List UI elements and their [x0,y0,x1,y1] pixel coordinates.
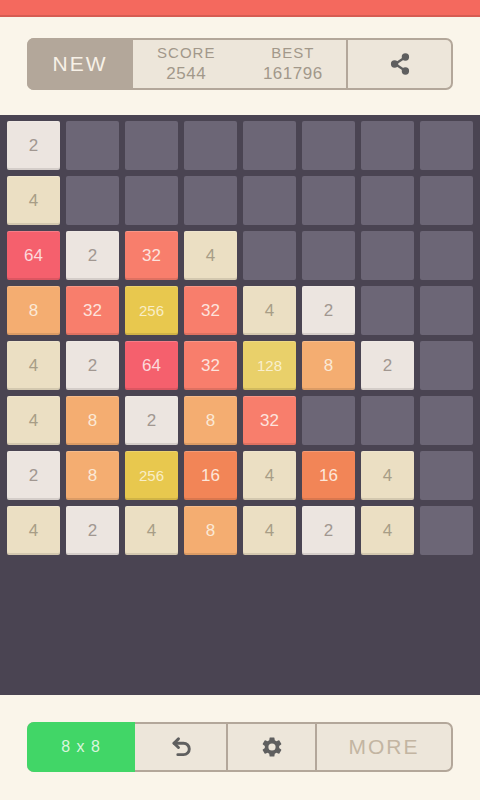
tile-2: 2 [7,451,60,500]
empty-cell [243,121,296,170]
tile-4: 4 [243,451,296,500]
empty-cell [302,231,355,280]
score-value: 2544 [166,63,206,84]
best-stat: BEST 161796 [240,40,347,88]
empty-cell [302,396,355,445]
empty-cell [420,341,473,390]
tile-256: 256 [125,451,178,500]
tile-2: 2 [66,506,119,555]
tile-4: 4 [7,506,60,555]
empty-cell [66,121,119,170]
tile-4: 4 [7,341,60,390]
empty-cell [184,121,237,170]
empty-cell [66,176,119,225]
tile-8: 8 [184,396,237,445]
tile-4: 4 [125,506,178,555]
tile-64: 64 [7,231,60,280]
tile-256: 256 [125,286,178,335]
tile-32: 32 [184,286,237,335]
empty-cell [361,396,414,445]
tile-4: 4 [7,396,60,445]
undo-button[interactable] [135,724,226,770]
tile-8: 8 [66,396,119,445]
empty-cell [420,506,473,555]
tile-128: 128 [243,341,296,390]
tile-32: 32 [184,341,237,390]
tile-32: 32 [125,231,178,280]
tile-16: 16 [302,451,355,500]
best-label: BEST [271,44,314,63]
app-screen: NEW SCORE 2544 BEST 161796 [0,0,480,800]
new-game-button[interactable]: NEW [27,38,133,90]
empty-cell [125,176,178,225]
game-board[interactable]: 2464232483225632424264321288248283228256… [0,115,480,695]
empty-cell [302,121,355,170]
board-size-button[interactable]: 8 x 8 [27,722,135,772]
empty-cell [361,231,414,280]
share-button[interactable] [346,40,451,88]
tile-2: 2 [66,231,119,280]
tile-8: 8 [184,506,237,555]
more-button[interactable]: MORE [315,724,451,770]
tile-2: 2 [302,286,355,335]
tile-4: 4 [184,231,237,280]
score-stat: SCORE 2544 [133,40,240,88]
tile-2: 2 [302,506,355,555]
tile-4: 4 [243,286,296,335]
tile-2: 2 [125,396,178,445]
score-label: SCORE [157,44,215,63]
tile-16: 16 [184,451,237,500]
tile-4: 4 [243,506,296,555]
top-bar [0,0,480,17]
tile-8: 8 [7,286,60,335]
empty-cell [302,176,355,225]
tile-2: 2 [361,341,414,390]
tile-4: 4 [361,451,414,500]
empty-cell [361,176,414,225]
empty-cell [243,176,296,225]
empty-cell [125,121,178,170]
tile-2: 2 [7,121,60,170]
tile-8: 8 [302,341,355,390]
empty-cell [420,286,473,335]
header-bar: NEW SCORE 2544 BEST 161796 [27,38,453,90]
empty-cell [420,121,473,170]
share-icon [387,51,413,77]
empty-cell [361,121,414,170]
best-value: 161796 [263,63,323,84]
empty-cell [420,231,473,280]
tile-2: 2 [66,341,119,390]
settings-button[interactable] [226,724,315,770]
empty-cell [184,176,237,225]
undo-icon [167,733,195,761]
empty-cell [420,451,473,500]
empty-cell [361,286,414,335]
tile-4: 4 [361,506,414,555]
tile-32: 32 [243,396,296,445]
tile-32: 32 [66,286,119,335]
empty-cell [243,231,296,280]
board-grid: 2464232483225632424264321288248283228256… [0,115,480,561]
tile-64: 64 [125,341,178,390]
empty-cell [420,396,473,445]
score-panel: SCORE 2544 BEST 161796 [133,40,346,88]
tile-8: 8 [66,451,119,500]
footer-bar: 8 x 8 MORE [27,722,453,772]
tile-4: 4 [7,176,60,225]
empty-cell [420,176,473,225]
gear-icon [260,735,284,759]
